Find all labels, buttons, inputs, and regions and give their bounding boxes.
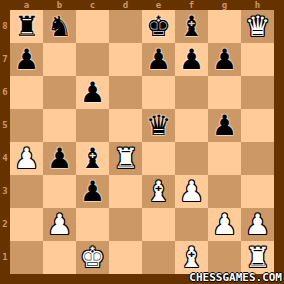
square-e5[interactable]: ♛ [142,109,175,142]
square-h7[interactable] [241,43,274,76]
piece-black-pawn-g7[interactable]: ♟ [212,46,237,74]
square-g4[interactable] [208,142,241,175]
square-h1[interactable]: ♜ [241,241,274,274]
square-h8[interactable]: ♛ [241,10,274,43]
square-f3[interactable]: ♟ [175,175,208,208]
square-g7[interactable]: ♟ [208,43,241,76]
square-a7[interactable]: ♟ [10,43,43,76]
file-label-d: d [109,0,142,10]
piece-white-queen-h8[interactable]: ♛ [245,13,270,41]
square-f1[interactable]: ♝ [175,241,208,274]
site-branding: CHESSGAMES.COM [189,271,282,284]
piece-black-pawn-e7[interactable]: ♟ [146,46,171,74]
square-g8[interactable] [208,10,241,43]
chess-diagram: abcdefgh 87654321 ♜♞♚♝♛♟♟♟♟♟♛♟♟♟♝♜♟♝♟♟♟♟… [0,0,284,284]
rank-label-3: 3 [0,175,10,208]
piece-black-pawn-a7[interactable]: ♟ [14,46,39,74]
square-c8[interactable] [76,10,109,43]
piece-black-queen-e5[interactable]: ♛ [146,112,171,140]
square-a5[interactable] [10,109,43,142]
square-a4[interactable]: ♟ [10,142,43,175]
square-e7[interactable]: ♟ [142,43,175,76]
square-d5[interactable] [109,109,142,142]
square-a8[interactable]: ♜ [10,10,43,43]
rank-labels: 87654321 [0,10,10,274]
square-g2[interactable]: ♟ [208,208,241,241]
file-label-g: g [208,0,241,10]
square-e4[interactable] [142,142,175,175]
piece-black-pawn-b4[interactable]: ♟ [47,145,72,173]
piece-white-pawn-h2[interactable]: ♟ [245,211,270,239]
piece-black-bishop-c4[interactable]: ♝ [80,145,105,173]
piece-white-bishop-f1[interactable]: ♝ [179,244,204,272]
square-h2[interactable]: ♟ [241,208,274,241]
square-h4[interactable] [241,142,274,175]
square-e6[interactable] [142,76,175,109]
piece-black-king-e8[interactable]: ♚ [146,13,171,41]
square-c1[interactable]: ♚ [76,241,109,274]
square-e1[interactable] [142,241,175,274]
square-c6[interactable]: ♟ [76,76,109,109]
piece-black-bishop-f8[interactable]: ♝ [179,13,204,41]
square-c2[interactable] [76,208,109,241]
square-d4[interactable]: ♜ [109,142,142,175]
file-label-f: f [175,0,208,10]
square-e8[interactable]: ♚ [142,10,175,43]
square-g3[interactable] [208,175,241,208]
square-f4[interactable] [175,142,208,175]
square-g6[interactable] [208,76,241,109]
square-d8[interactable] [109,10,142,43]
square-b8[interactable]: ♞ [43,10,76,43]
rank-label-7: 7 [0,43,10,76]
square-b4[interactable]: ♟ [43,142,76,175]
square-g5[interactable]: ♟ [208,109,241,142]
piece-black-pawn-f7[interactable]: ♟ [179,46,204,74]
square-a3[interactable] [10,175,43,208]
piece-white-pawn-a4[interactable]: ♟ [14,145,39,173]
file-label-c: c [76,0,109,10]
rank-label-8: 8 [0,10,10,43]
square-b1[interactable] [43,241,76,274]
square-c3[interactable]: ♟ [76,175,109,208]
piece-white-pawn-b2[interactable]: ♟ [47,211,72,239]
piece-white-pawn-g2[interactable]: ♟ [212,211,237,239]
file-label-e: e [142,0,175,10]
rank-label-1: 1 [0,241,10,274]
square-d7[interactable] [109,43,142,76]
square-g1[interactable] [208,241,241,274]
square-h5[interactable] [241,109,274,142]
square-d3[interactable] [109,175,142,208]
square-c7[interactable] [76,43,109,76]
rank-label-5: 5 [0,109,10,142]
square-f2[interactable] [175,208,208,241]
piece-black-pawn-c6[interactable]: ♟ [80,79,105,107]
square-a2[interactable] [10,208,43,241]
piece-white-bishop-e3[interactable]: ♝ [146,178,171,206]
rank-label-2: 2 [0,208,10,241]
piece-black-rook-a8[interactable]: ♜ [14,13,39,41]
square-b5[interactable] [43,109,76,142]
file-label-h: h [241,0,274,10]
square-b3[interactable] [43,175,76,208]
piece-black-pawn-c3[interactable]: ♟ [80,178,105,206]
file-label-b: b [43,0,76,10]
rank-label-4: 4 [0,142,10,175]
square-c4[interactable]: ♝ [76,142,109,175]
chess-board: ♜♞♚♝♛♟♟♟♟♟♛♟♟♟♝♜♟♝♟♟♟♟♚♝♜ [10,10,274,274]
square-d1[interactable] [109,241,142,274]
square-f7[interactable]: ♟ [175,43,208,76]
square-e3[interactable]: ♝ [142,175,175,208]
piece-white-king-c1[interactable]: ♚ [80,244,105,272]
piece-white-pawn-f3[interactable]: ♟ [179,178,204,206]
square-f8[interactable]: ♝ [175,10,208,43]
piece-black-pawn-g5[interactable]: ♟ [212,112,237,140]
square-b6[interactable] [43,76,76,109]
piece-white-rook-h1[interactable]: ♜ [245,244,270,272]
square-c5[interactable] [76,109,109,142]
file-labels: abcdefgh [10,0,274,10]
square-f5[interactable] [175,109,208,142]
piece-black-knight-b8[interactable]: ♞ [47,13,72,41]
square-b7[interactable] [43,43,76,76]
square-b2[interactable]: ♟ [43,208,76,241]
square-d6[interactable] [109,76,142,109]
rank-label-6: 6 [0,76,10,109]
square-a1[interactable] [10,241,43,274]
square-e2[interactable] [142,208,175,241]
square-h6[interactable] [241,76,274,109]
file-label-a: a [10,0,43,10]
square-d2[interactable] [109,208,142,241]
square-f6[interactable] [175,76,208,109]
square-h3[interactable] [241,175,274,208]
square-a6[interactable] [10,76,43,109]
piece-white-rook-d4[interactable]: ♜ [113,145,138,173]
